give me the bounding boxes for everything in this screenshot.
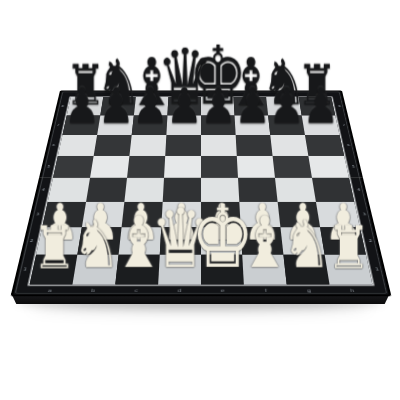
coordinate-label: a [28,287,72,294]
coordinate-label: c [114,287,158,294]
black-pawn-g7: ♟ [268,81,305,131]
square-b5 [90,156,129,178]
square-d6 [165,135,201,156]
square-f6 [236,135,273,156]
black-pawn-h7: ♟ [302,81,339,131]
square-f1: ♝ [242,255,286,285]
square-g7: ♟ [268,115,305,135]
coordinate-label: e [201,287,244,294]
square-h5 [308,156,349,178]
square-e5 [201,156,238,178]
black-pawn-c7: ♟ [132,81,169,131]
black-pawn-a7: ♟ [63,81,100,131]
coordinate-label: g [287,287,331,294]
square-b6 [94,135,132,156]
black-pawn-e7: ♟ [200,81,237,131]
white-knight-g1: ♞ [282,211,330,277]
square-h7: ♟ [302,115,340,135]
square-a6 [58,135,97,156]
chess-board: ♜♞♝♛♚♝♞♜♟♟♟♟♟♟♟♟♟♟♟♟♟♟♟♟♜♞♝♛♚♝♞♜ abcdefg… [11,90,392,296]
square-h1: ♜ [325,255,373,285]
square-g6 [270,135,308,156]
chess-set-product-photo: ♜♞♝♛♚♝♞♜♟♟♟♟♟♟♟♟♟♟♟♟♟♟♟♟♜♞♝♛♚♝♞♜ abcdefg… [0,0,400,400]
coordinate-label: 6 [342,135,354,156]
coordinate-label: 5 [347,156,360,178]
square-e1: ♚ [201,255,244,285]
board-squares-grid: ♜♞♝♛♚♝♞♜♟♟♟♟♟♟♟♟♟♟♟♟♟♟♟♟♜♞♝♛♚♝♞♜ [30,97,373,284]
square-g5 [273,156,312,178]
black-pawn-f7: ♟ [234,81,271,131]
square-h6 [305,135,344,156]
board-scene: ♜♞♝♛♚♝♞♜♟♟♟♟♟♟♟♟♟♟♟♟♟♟♟♟♜♞♝♛♚♝♞♜ abcdefg… [39,16,363,340]
white-rook-a1: ♜ [32,217,75,276]
square-d5 [164,156,201,178]
coordinate-label: b [71,287,115,294]
fold-seam [39,177,363,178]
square-b7: ♟ [97,115,134,135]
black-pawn-d7: ♟ [166,81,203,131]
square-g1: ♞ [283,255,329,285]
square-c5 [127,156,165,178]
coordinate-label: f [244,287,288,294]
square-c6 [129,135,166,156]
square-f7: ♟ [235,115,271,135]
black-pawn-b7: ♟ [97,81,134,131]
file-labels-bottom: abcdefgh [28,287,375,294]
square-a1: ♜ [30,255,78,285]
white-rook-h1: ♜ [326,217,369,276]
square-f5 [237,156,275,178]
square-e6 [201,135,237,156]
coordinate-label: 7 [338,115,350,135]
square-c7: ♟ [132,115,168,135]
square-a7: ♟ [62,115,100,135]
square-d7: ♟ [166,115,201,135]
coordinate-label: d [158,287,201,294]
square-e7: ♟ [201,115,236,135]
square-a5 [53,156,94,178]
coordinate-label: h [330,287,374,294]
